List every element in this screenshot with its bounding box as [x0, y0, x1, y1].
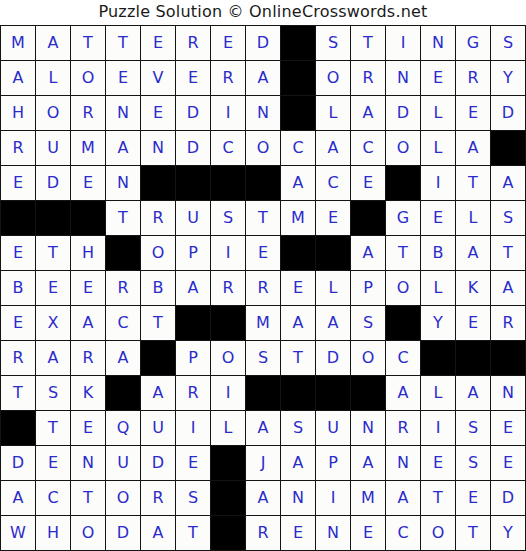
- grid-cell: D: [386, 96, 421, 131]
- grid-cell: Y: [491, 516, 526, 551]
- grid-cell: S: [491, 201, 526, 236]
- grid-cell: O: [351, 341, 386, 376]
- grid-cell: N: [246, 96, 281, 131]
- cell-letter: T: [293, 350, 303, 366]
- black-cell: [1, 201, 36, 236]
- grid-cell: K: [456, 271, 491, 306]
- cell-letter: S: [188, 490, 198, 506]
- grid-cell: D: [36, 166, 71, 201]
- grid-cell: E: [281, 516, 316, 551]
- cell-letter: A: [363, 455, 374, 471]
- grid-cell: P: [176, 236, 211, 271]
- grid-cell: M: [281, 201, 316, 236]
- cell-letter: O: [397, 280, 410, 296]
- cell-letter: S: [503, 210, 513, 226]
- grid-cell: T: [71, 26, 106, 61]
- grid-cell: A: [246, 481, 281, 516]
- grid-cell: E: [491, 411, 526, 446]
- cell-letter: T: [468, 175, 478, 191]
- black-cell: [176, 166, 211, 201]
- cell-letter: M: [361, 490, 375, 506]
- cell-letter: I: [436, 175, 441, 191]
- grid-cell: S: [456, 411, 491, 446]
- cell-letter: L: [49, 70, 58, 86]
- cell-letter: E: [468, 315, 478, 331]
- grid-cell: A: [1, 481, 36, 516]
- cell-letter: E: [188, 70, 198, 86]
- cell-letter: Y: [433, 315, 443, 331]
- grid-cell: K: [71, 376, 106, 411]
- grid-cell: N: [106, 96, 141, 131]
- cell-letter: E: [153, 35, 163, 51]
- cell-letter: D: [502, 105, 514, 121]
- grid-cell: N: [141, 131, 176, 166]
- grid-cell: C: [351, 131, 386, 166]
- grid-cell: S: [246, 341, 281, 376]
- cell-letter: A: [328, 140, 339, 156]
- grid-cell: A: [281, 446, 316, 481]
- cell-letter: A: [188, 280, 199, 296]
- page-title: Puzzle Solution © OnlineCrosswords.net: [0, 0, 526, 25]
- cell-letter: E: [363, 525, 373, 541]
- cell-letter: L: [469, 210, 478, 226]
- cell-letter: O: [152, 245, 165, 261]
- cell-letter: E: [433, 70, 443, 86]
- cell-letter: S: [468, 455, 478, 471]
- cell-letter: R: [257, 525, 268, 541]
- cell-letter: Y: [503, 525, 513, 541]
- cell-letter: Q: [117, 420, 130, 436]
- cell-letter: U: [117, 455, 129, 471]
- grid-cell: S: [211, 201, 246, 236]
- cell-letter: E: [258, 245, 268, 261]
- cell-letter: I: [331, 490, 336, 506]
- grid-cell: U: [36, 131, 71, 166]
- cell-letter: O: [257, 140, 270, 156]
- grid-cell: E: [176, 61, 211, 96]
- grid-cell: B: [141, 271, 176, 306]
- grid-cell: C: [281, 131, 316, 166]
- grid-cell: M: [1, 26, 36, 61]
- grid-cell: L: [421, 96, 456, 131]
- grid-cell: A: [351, 96, 386, 131]
- grid-cell: N: [491, 376, 526, 411]
- grid-cell: E: [456, 96, 491, 131]
- cell-letter: T: [503, 245, 513, 261]
- grid-cell: I: [211, 236, 246, 271]
- cell-letter: U: [152, 420, 164, 436]
- cell-letter: A: [293, 175, 304, 191]
- cell-letter: K: [83, 385, 94, 401]
- grid-cell: E: [106, 61, 141, 96]
- cell-letter: X: [48, 315, 59, 331]
- cell-letter: E: [468, 105, 478, 121]
- grid-cell: N: [386, 61, 421, 96]
- grid-cell: A: [386, 376, 421, 411]
- grid-cell: C: [106, 306, 141, 341]
- grid-cell: R: [491, 306, 526, 341]
- grid-cell: T: [281, 341, 316, 376]
- cell-letter: L: [434, 105, 443, 121]
- cell-letter: A: [328, 315, 339, 331]
- cell-letter: B: [433, 245, 444, 261]
- grid-cell: H: [1, 96, 36, 131]
- cell-letter: R: [82, 105, 93, 121]
- cell-letter: N: [117, 105, 129, 121]
- grid-cell: A: [106, 341, 141, 376]
- cell-letter: A: [363, 245, 374, 261]
- cell-letter: C: [117, 315, 128, 331]
- black-cell: [421, 341, 456, 376]
- grid-cell: T: [106, 201, 141, 236]
- grid-cell: L: [316, 271, 351, 306]
- grid-cell: M: [71, 131, 106, 166]
- cell-letter: P: [328, 455, 338, 471]
- cell-letter: S: [503, 35, 513, 51]
- cell-letter: A: [118, 350, 129, 366]
- grid-cell: O: [316, 61, 351, 96]
- cell-letter: O: [47, 105, 60, 121]
- cell-letter: H: [47, 525, 59, 541]
- grid-cell: N: [281, 481, 316, 516]
- cell-letter: T: [188, 525, 198, 541]
- grid-cell: A: [36, 26, 71, 61]
- cell-letter: I: [436, 420, 441, 436]
- grid-cell: T: [351, 26, 386, 61]
- grid-cell: A: [246, 61, 281, 96]
- black-cell: [386, 306, 421, 341]
- cell-letter: A: [48, 35, 59, 51]
- cell-letter: A: [503, 175, 514, 191]
- black-cell: [36, 201, 71, 236]
- grid-cell: A: [316, 306, 351, 341]
- cell-letter: L: [434, 140, 443, 156]
- cell-letter: I: [226, 385, 231, 401]
- grid-cell: P: [351, 271, 386, 306]
- cell-letter: U: [47, 140, 59, 156]
- black-cell: [211, 446, 246, 481]
- grid-cell: I: [421, 166, 456, 201]
- grid-cell: A: [281, 306, 316, 341]
- grid-cell: L: [211, 411, 246, 446]
- grid-cell: E: [316, 201, 351, 236]
- grid-cell: R: [456, 61, 491, 96]
- cell-letter: E: [223, 35, 233, 51]
- grid-cell: D: [106, 516, 141, 551]
- cell-letter: Y: [503, 70, 513, 86]
- cell-letter: V: [153, 70, 164, 86]
- cell-letter: R: [467, 70, 478, 86]
- grid-cell: T: [246, 201, 281, 236]
- grid-cell: O: [386, 271, 421, 306]
- cell-letter: O: [397, 140, 410, 156]
- black-cell: [211, 306, 246, 341]
- grid-cell: G: [456, 26, 491, 61]
- grid-cell: O: [71, 516, 106, 551]
- grid-cell: E: [281, 271, 316, 306]
- grid-cell: D: [1, 446, 36, 481]
- cell-letter: J: [261, 455, 266, 471]
- cell-letter: T: [433, 490, 443, 506]
- grid-cell: A: [351, 236, 386, 271]
- grid-cell: O: [36, 96, 71, 131]
- grid-cell: L: [421, 271, 456, 306]
- grid-cell: A: [141, 376, 176, 411]
- cell-letter: E: [188, 455, 198, 471]
- cell-letter: T: [363, 35, 373, 51]
- black-cell: [106, 236, 141, 271]
- black-cell: [281, 96, 316, 131]
- grid-cell: L: [316, 96, 351, 131]
- grid-cell: D: [141, 446, 176, 481]
- grid-cell: A: [141, 516, 176, 551]
- cell-letter: I: [401, 35, 406, 51]
- cell-letter: R: [362, 70, 373, 86]
- cell-letter: M: [291, 210, 305, 226]
- cell-letter: N: [362, 420, 374, 436]
- grid-cell: O: [71, 61, 106, 96]
- cell-letter: O: [362, 350, 375, 366]
- grid-cell: N: [71, 446, 106, 481]
- grid-cell: A: [281, 166, 316, 201]
- cell-letter: E: [433, 455, 443, 471]
- cell-letter: A: [468, 245, 479, 261]
- grid-cell: T: [36, 236, 71, 271]
- cell-letter: P: [188, 350, 198, 366]
- grid-cell: R: [176, 26, 211, 61]
- cell-letter: M: [256, 315, 270, 331]
- puzzle-solution-page: Puzzle Solution © OnlineCrosswords.net M…: [0, 0, 526, 551]
- cell-letter: T: [48, 245, 58, 261]
- cell-letter: N: [117, 175, 129, 191]
- cell-letter: P: [188, 245, 198, 261]
- grid-cell: S: [316, 26, 351, 61]
- grid-cell: A: [1, 61, 36, 96]
- cell-letter: S: [468, 420, 478, 436]
- grid-cell: A: [491, 271, 526, 306]
- grid-cell: D: [491, 96, 526, 131]
- grid-cell: O: [141, 236, 176, 271]
- cell-letter: T: [153, 315, 163, 331]
- black-cell: [281, 61, 316, 96]
- grid-cell: O: [246, 131, 281, 166]
- grid-cell: H: [36, 516, 71, 551]
- grid-cell: A: [456, 131, 491, 166]
- grid-cell: I: [316, 481, 351, 516]
- cell-letter: E: [363, 175, 373, 191]
- grid-cell: D: [491, 481, 526, 516]
- cell-letter: N: [82, 455, 94, 471]
- cell-letter: I: [226, 245, 231, 261]
- cell-letter: A: [118, 140, 129, 156]
- cell-letter: K: [468, 280, 479, 296]
- cell-letter: D: [47, 175, 59, 191]
- cell-letter: A: [48, 350, 59, 366]
- cell-letter: A: [363, 105, 374, 121]
- grid-cell: E: [1, 166, 36, 201]
- cell-letter: E: [13, 245, 23, 261]
- grid-cell: C: [211, 131, 246, 166]
- cell-letter: E: [48, 280, 58, 296]
- grid-cell: E: [421, 61, 456, 96]
- grid-cell: U: [141, 411, 176, 446]
- cell-letter: N: [257, 105, 269, 121]
- cell-letter: C: [47, 490, 58, 506]
- cell-letter: T: [118, 210, 128, 226]
- cell-letter: C: [222, 140, 233, 156]
- cell-letter: A: [468, 140, 479, 156]
- grid-cell: E: [36, 271, 71, 306]
- cell-letter: A: [258, 70, 269, 86]
- black-cell: [491, 131, 526, 166]
- cell-letter: D: [12, 455, 24, 471]
- grid-cell: E: [211, 26, 246, 61]
- cell-letter: N: [292, 490, 304, 506]
- grid-cell: I: [176, 411, 211, 446]
- cell-letter: I: [191, 420, 196, 436]
- black-cell: [71, 201, 106, 236]
- cell-letter: N: [432, 35, 444, 51]
- grid-cell: O: [106, 481, 141, 516]
- grid-cell: D: [176, 131, 211, 166]
- grid-cell: E: [1, 236, 36, 271]
- cell-letter: O: [82, 70, 95, 86]
- grid-cell: T: [36, 411, 71, 446]
- grid-cell: E: [71, 166, 106, 201]
- grid-cell: R: [246, 516, 281, 551]
- cell-letter: A: [398, 385, 409, 401]
- grid-cell: E: [141, 26, 176, 61]
- grid-cell: T: [176, 516, 211, 551]
- grid-cell: I: [421, 411, 456, 446]
- cell-letter: N: [397, 455, 409, 471]
- grid-cell: E: [71, 411, 106, 446]
- cell-letter: A: [153, 525, 164, 541]
- grid-cell: E: [1, 306, 36, 341]
- cell-letter: A: [258, 420, 269, 436]
- cell-letter: A: [398, 490, 409, 506]
- grid-cell: A: [246, 411, 281, 446]
- grid-cell: R: [211, 271, 246, 306]
- grid-cell: R: [71, 341, 106, 376]
- grid-cell: U: [176, 201, 211, 236]
- grid-cell: O: [386, 131, 421, 166]
- cell-letter: E: [293, 280, 303, 296]
- grid-cell: S: [351, 306, 386, 341]
- cell-letter: T: [83, 35, 93, 51]
- cell-letter: C: [327, 175, 338, 191]
- cell-letter: D: [117, 525, 129, 541]
- grid-cell: T: [456, 166, 491, 201]
- grid-cell: A: [351, 446, 386, 481]
- grid-cell: X: [36, 306, 71, 341]
- black-cell: [246, 376, 281, 411]
- grid-cell: Y: [421, 306, 456, 341]
- grid-cell: A: [316, 131, 351, 166]
- black-cell: [1, 411, 36, 446]
- grid-cell: O: [421, 516, 456, 551]
- grid-cell: P: [316, 446, 351, 481]
- cell-letter: D: [397, 105, 409, 121]
- black-cell: [176, 306, 211, 341]
- cell-letter: H: [12, 105, 24, 121]
- black-cell: [316, 376, 351, 411]
- black-cell: [281, 236, 316, 271]
- cell-letter: A: [153, 385, 164, 401]
- cell-letter: A: [258, 490, 269, 506]
- cell-letter: H: [82, 245, 94, 261]
- grid-cell: T: [106, 26, 141, 61]
- cell-letter: R: [12, 140, 23, 156]
- grid-cell: N: [421, 26, 456, 61]
- cell-letter: T: [83, 490, 93, 506]
- cell-letter: R: [187, 35, 198, 51]
- grid-cell: N: [106, 166, 141, 201]
- cell-letter: N: [152, 140, 164, 156]
- cell-letter: E: [13, 315, 23, 331]
- cell-letter: E: [13, 175, 23, 191]
- black-cell: [456, 341, 491, 376]
- grid-cell: C: [386, 341, 421, 376]
- grid-cell: U: [316, 411, 351, 446]
- grid-cell: E: [176, 446, 211, 481]
- cell-letter: T: [398, 245, 408, 261]
- grid-cell: R: [211, 61, 246, 96]
- grid-cell: E: [71, 271, 106, 306]
- cell-letter: N: [502, 385, 514, 401]
- grid-cell: S: [456, 446, 491, 481]
- cell-letter: E: [48, 455, 58, 471]
- grid-cell: E: [491, 446, 526, 481]
- cell-letter: E: [503, 420, 513, 436]
- black-cell: [386, 166, 421, 201]
- cell-letter: S: [363, 315, 373, 331]
- cell-letter: O: [82, 525, 95, 541]
- cell-letter: E: [83, 280, 93, 296]
- grid-cell: B: [1, 271, 36, 306]
- cell-letter: A: [468, 385, 479, 401]
- black-cell: [351, 201, 386, 236]
- cell-letter: T: [13, 385, 23, 401]
- cell-letter: B: [13, 280, 24, 296]
- cell-letter: R: [117, 280, 128, 296]
- grid-cell: R: [386, 411, 421, 446]
- cell-letter: R: [222, 70, 233, 86]
- cell-letter: E: [118, 70, 128, 86]
- grid-cell: R: [176, 376, 211, 411]
- grid-cell: O: [211, 341, 246, 376]
- cell-letter: R: [397, 420, 408, 436]
- black-cell: [491, 341, 526, 376]
- grid-cell: N: [316, 516, 351, 551]
- grid-cell: D: [176, 96, 211, 131]
- grid-cell: W: [1, 516, 36, 551]
- cell-letter: R: [12, 350, 23, 366]
- cell-letter: A: [293, 455, 304, 471]
- grid-cell: R: [351, 61, 386, 96]
- grid-cell: S: [281, 411, 316, 446]
- grid-cell: D: [246, 26, 281, 61]
- cell-letter: E: [468, 490, 478, 506]
- black-cell: [351, 376, 386, 411]
- grid-cell: C: [36, 481, 71, 516]
- grid-cell: S: [176, 481, 211, 516]
- grid-cell: U: [106, 446, 141, 481]
- cell-letter: G: [397, 210, 409, 226]
- grid-cell: T: [421, 481, 456, 516]
- black-cell: [106, 376, 141, 411]
- grid-cell: R: [71, 96, 106, 131]
